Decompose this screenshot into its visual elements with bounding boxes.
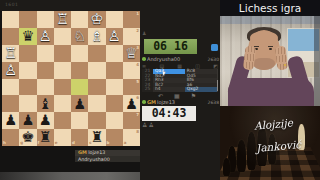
online-dot-icon bbox=[142, 57, 146, 61]
coord-file-f: f bbox=[38, 141, 40, 145]
square-f1[interactable] bbox=[37, 11, 54, 28]
coord-file-e: e bbox=[55, 141, 58, 145]
piece-black-pawn: ♟ bbox=[2, 112, 19, 129]
square-h6[interactable] bbox=[2, 95, 19, 112]
square-f3[interactable] bbox=[37, 45, 54, 62]
square-b3[interactable] bbox=[106, 45, 123, 62]
online-dot-icon bbox=[142, 100, 146, 104]
panel-blue-icon[interactable] bbox=[211, 44, 218, 51]
square-a2[interactable]: 2 bbox=[123, 28, 140, 45]
piece-white-bishop: ♗ bbox=[88, 28, 105, 45]
square-b1[interactable] bbox=[106, 11, 123, 28]
player-top-name[interactable]: Andryusha00 bbox=[147, 56, 180, 62]
coord-rank-7: 7 bbox=[136, 113, 139, 117]
webcam-feed: Lichess igra bbox=[220, 0, 320, 106]
webcam-video bbox=[220, 16, 320, 106]
coord-rank-5: 5 bbox=[136, 80, 139, 84]
move-nav-row: ↶▦⚑ bbox=[142, 92, 212, 99]
square-g4[interactable] bbox=[19, 62, 36, 79]
square-d1[interactable] bbox=[71, 11, 88, 28]
board-tab-icon[interactable]: ▦ bbox=[177, 63, 182, 69]
coord-rank-8: 8 bbox=[136, 130, 139, 134]
piece-white-knight: ♘ bbox=[71, 28, 88, 45]
top-bar-label: 1601 bbox=[5, 2, 18, 7]
move-list-scrollbar[interactable] bbox=[217, 69, 219, 92]
player-top-rating: 2630 bbox=[208, 57, 219, 62]
square-f8[interactable]: ♜f bbox=[37, 129, 54, 146]
square-a6[interactable]: ♟6 bbox=[123, 95, 140, 112]
player-bottom-name[interactable]: lojze13 bbox=[157, 99, 175, 105]
scrollbar-thumb[interactable] bbox=[217, 80, 219, 91]
clock-bottom: 04:43 bbox=[142, 106, 196, 122]
streamer-forehead bbox=[250, 31, 278, 45]
square-d7[interactable] bbox=[71, 112, 88, 129]
square-h4[interactable]: ♙ bbox=[2, 62, 19, 79]
player-bottom-title: GM bbox=[147, 99, 156, 105]
lichess-side-panel: ♟ 06 16 Andryusha00 2630 ≡▤▦◫◩ 21Qa3Rc82… bbox=[140, 0, 222, 180]
square-c6[interactable] bbox=[88, 95, 105, 112]
settings-icon[interactable]: ◩ bbox=[213, 63, 218, 69]
square-a5[interactable]: 5 bbox=[123, 79, 140, 96]
square-e3[interactable] bbox=[54, 45, 71, 62]
coord-file-c: c bbox=[89, 141, 91, 145]
square-h3[interactable]: ♖ bbox=[2, 45, 19, 62]
piece-black-pawn: ♟ bbox=[37, 112, 54, 129]
analysis-board-icon[interactable]: ▦ bbox=[174, 92, 180, 99]
piece-white-pawn: ♙ bbox=[2, 62, 19, 79]
piece-white-king: ♔ bbox=[88, 11, 105, 28]
square-b5[interactable] bbox=[106, 79, 123, 96]
square-c1[interactable]: ♔ bbox=[88, 11, 105, 28]
square-f2[interactable]: ♙ bbox=[37, 28, 54, 45]
square-e5[interactable] bbox=[54, 79, 71, 96]
coord-rank-2: 2 bbox=[136, 29, 139, 33]
square-b6[interactable] bbox=[106, 95, 123, 112]
square-e4[interactable] bbox=[54, 62, 71, 79]
piece-black-pawn: ♟ bbox=[19, 112, 36, 129]
coord-file-b: b bbox=[107, 141, 110, 145]
coord-rank-6: 6 bbox=[136, 96, 139, 100]
player2-name: Andryusha00 bbox=[78, 157, 110, 162]
square-g2[interactable]: ♛ bbox=[19, 28, 36, 45]
square-d6[interactable]: ♟ bbox=[71, 95, 88, 112]
square-d2[interactable]: ♘ bbox=[71, 28, 88, 45]
chess-board[interactable]: ♖♔1♛♙♘♗♙2♖♕3♙45♝♟♟6♟♟♟7h♚g♜fed♜cba8 bbox=[2, 11, 140, 146]
square-g6[interactable] bbox=[19, 95, 36, 112]
square-c7[interactable] bbox=[88, 112, 105, 129]
square-c4[interactable] bbox=[88, 62, 105, 79]
square-a1[interactable]: 1 bbox=[123, 11, 140, 28]
coord-file-g: g bbox=[20, 141, 23, 145]
coord-file-a: a bbox=[124, 141, 127, 145]
square-g7[interactable]: ♟ bbox=[19, 112, 36, 129]
square-g5[interactable] bbox=[19, 79, 36, 96]
square-e8[interactable]: e bbox=[54, 129, 71, 146]
coord-file-d: d bbox=[72, 141, 75, 145]
square-h7[interactable]: ♟ bbox=[2, 112, 19, 129]
square-b4[interactable] bbox=[106, 62, 123, 79]
beard-stubble bbox=[253, 58, 275, 70]
piece-white-pawn: ♙ bbox=[37, 28, 54, 45]
captured-pieces-bottom: ♙♙ bbox=[142, 121, 155, 128]
square-g8[interactable]: ♚g bbox=[19, 129, 36, 146]
coord-rank-3: 3 bbox=[136, 46, 139, 50]
square-b8[interactable]: b bbox=[106, 129, 123, 146]
square-d5[interactable] bbox=[71, 79, 88, 96]
player1-name: lojze13 bbox=[88, 150, 105, 155]
square-d8[interactable]: d bbox=[71, 129, 88, 146]
coord-file-h: h bbox=[3, 141, 6, 145]
square-b2[interactable]: ♙ bbox=[106, 28, 123, 45]
square-d4[interactable] bbox=[71, 62, 88, 79]
piece-white-pawn: ♙ bbox=[106, 28, 123, 45]
square-f4[interactable] bbox=[37, 62, 54, 79]
square-c2[interactable]: ♗ bbox=[88, 28, 105, 45]
piece-white-rook: ♖ bbox=[2, 45, 19, 62]
square-a7[interactable]: 7 bbox=[123, 112, 140, 129]
square-b7[interactable] bbox=[106, 112, 123, 129]
square-a8[interactable]: a8 bbox=[123, 129, 140, 146]
clock-top: 06 16 bbox=[144, 39, 197, 55]
square-h5[interactable] bbox=[2, 79, 19, 96]
piece-white-rook: ♖ bbox=[54, 11, 71, 28]
eyebrow bbox=[268, 46, 273, 47]
stream-screenshot: 1601 ♖♔1♛♙♘♗♙2♖♕3♙45♝♟♟6♟♟♟7h♚g♜fed♜cba8… bbox=[0, 0, 320, 180]
ring bbox=[284, 64, 286, 66]
square-c5[interactable] bbox=[88, 79, 105, 96]
coord-rank-4: 4 bbox=[136, 63, 139, 67]
stream-title: Lichess igra bbox=[220, 2, 320, 14]
square-g3[interactable] bbox=[19, 45, 36, 62]
square-f7[interactable]: ♟ bbox=[37, 112, 54, 129]
chess-pieces-photo: Alojzije Janković bbox=[220, 106, 320, 180]
square-d3[interactable] bbox=[71, 45, 88, 62]
player-bottom-rating: 2638 bbox=[208, 100, 219, 105]
flag-icon[interactable]: ⚑ bbox=[191, 92, 196, 99]
square-e6[interactable] bbox=[54, 95, 71, 112]
eyebrow bbox=[254, 46, 259, 47]
eye bbox=[269, 48, 272, 50]
player-bottom-row[interactable]: GM lojze13 2638 bbox=[142, 99, 219, 105]
layout-icon[interactable]: ◫ bbox=[195, 63, 200, 69]
square-e1[interactable]: ♖ bbox=[54, 11, 71, 28]
move-list[interactable]: 21Qa3Rc822Nd2Qd523Rh3Bf624Bc2a625h4Qxg2 bbox=[142, 69, 217, 92]
square-h2[interactable] bbox=[2, 28, 19, 45]
square-f6[interactable]: ♝ bbox=[37, 95, 54, 112]
square-c3[interactable] bbox=[88, 45, 105, 62]
player-top-row[interactable]: Andryusha00 2630 bbox=[142, 56, 219, 62]
square-a4[interactable]: 4 bbox=[123, 62, 140, 79]
piece-black-queen: ♛ bbox=[19, 28, 36, 45]
streamer-shoulders bbox=[228, 78, 314, 106]
coord-rank-1: 1 bbox=[136, 12, 139, 16]
square-e2[interactable] bbox=[54, 28, 71, 45]
square-e7[interactable] bbox=[54, 112, 71, 129]
captured-pieces-top: ♟ bbox=[142, 30, 147, 36]
rewind-icon[interactable]: ↶ bbox=[158, 92, 163, 99]
square-g1[interactable] bbox=[19, 11, 36, 28]
square-a3[interactable]: ♕3 bbox=[123, 45, 140, 62]
wall-edge bbox=[314, 16, 320, 106]
square-f5[interactable] bbox=[37, 79, 54, 96]
piece-black-bishop: ♝ bbox=[37, 95, 54, 112]
square-c8[interactable]: ♜c bbox=[88, 129, 105, 146]
player1-title: GM bbox=[78, 150, 87, 155]
square-h1[interactable] bbox=[2, 11, 19, 28]
piece-black-pawn: ♟ bbox=[71, 95, 88, 112]
panel-tabs-row: ≡▤▦◫◩ bbox=[142, 63, 218, 69]
square-h8[interactable]: h bbox=[2, 129, 19, 146]
